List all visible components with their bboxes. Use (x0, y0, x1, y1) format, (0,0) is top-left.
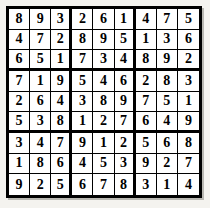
cell-r2c4: 8 (72, 30, 93, 51)
cell-r8c1: 1 (9, 154, 30, 175)
cell-r1c3: 3 (51, 9, 72, 30)
cell-r7c9: 8 (178, 133, 199, 154)
cell-r2c3: 2 (51, 30, 72, 51)
sudoku-board: 8932614754728951366517348927195462832643… (6, 6, 202, 198)
cell-r5c4: 3 (72, 92, 93, 113)
cell-r2c2: 7 (30, 30, 51, 51)
cell-r2c9: 6 (178, 30, 199, 51)
cell-r5c7: 7 (136, 92, 157, 113)
cell-r8c4: 4 (72, 154, 93, 175)
cell-r1c7: 4 (136, 9, 157, 30)
cell-r4c4: 5 (72, 71, 93, 92)
cell-r2c1: 4 (9, 30, 30, 51)
cell-r5c5: 8 (93, 92, 114, 113)
cell-r8c2: 8 (30, 154, 51, 175)
cell-r6c5: 2 (93, 112, 114, 133)
cell-r2c8: 3 (157, 30, 178, 51)
cell-r2c6: 5 (115, 30, 136, 51)
cell-r8c6: 3 (115, 154, 136, 175)
cell-r5c6: 9 (115, 92, 136, 113)
cell-r4c3: 9 (51, 71, 72, 92)
cell-r5c1: 2 (9, 92, 30, 113)
cell-r2c7: 1 (136, 30, 157, 51)
cell-r9c1: 9 (9, 174, 30, 195)
cell-r9c7: 3 (136, 174, 157, 195)
cell-r4c2: 1 (30, 71, 51, 92)
cell-r8c3: 6 (51, 154, 72, 175)
cell-r4c7: 2 (136, 71, 157, 92)
cell-r2c5: 9 (93, 30, 114, 51)
cell-r7c7: 5 (136, 133, 157, 154)
cell-r6c8: 4 (157, 112, 178, 133)
cell-r1c9: 5 (178, 9, 199, 30)
cell-r3c3: 1 (51, 50, 72, 71)
cell-r6c1: 5 (9, 112, 30, 133)
cell-r1c4: 2 (72, 9, 93, 30)
cell-r6c4: 1 (72, 112, 93, 133)
cell-r5c9: 1 (178, 92, 199, 113)
cell-r6c9: 9 (178, 112, 199, 133)
cell-r1c1: 8 (9, 9, 30, 30)
cell-r9c9: 4 (178, 174, 199, 195)
cell-r8c5: 5 (93, 154, 114, 175)
cell-r7c1: 3 (9, 133, 30, 154)
cell-r1c2: 9 (30, 9, 51, 30)
cell-r3c1: 6 (9, 50, 30, 71)
cell-r4c5: 4 (93, 71, 114, 92)
cell-r9c5: 7 (93, 174, 114, 195)
cell-r3c2: 5 (30, 50, 51, 71)
cell-r7c3: 7 (51, 133, 72, 154)
cell-r1c6: 1 (115, 9, 136, 30)
cell-r8c9: 7 (178, 154, 199, 175)
cell-r6c3: 8 (51, 112, 72, 133)
cell-r9c6: 8 (115, 174, 136, 195)
cell-r3c6: 4 (115, 50, 136, 71)
cell-r4c6: 6 (115, 71, 136, 92)
cell-r5c3: 4 (51, 92, 72, 113)
cell-r4c9: 3 (178, 71, 199, 92)
cell-r5c2: 6 (30, 92, 51, 113)
cell-r9c3: 5 (51, 174, 72, 195)
cell-r9c2: 2 (30, 174, 51, 195)
cell-r9c4: 6 (72, 174, 93, 195)
cell-r4c1: 7 (9, 71, 30, 92)
cell-r7c6: 2 (115, 133, 136, 154)
cell-r7c5: 1 (93, 133, 114, 154)
cell-r4c8: 8 (157, 71, 178, 92)
cell-r1c5: 6 (93, 9, 114, 30)
cell-r1c8: 7 (157, 9, 178, 30)
cell-r3c4: 7 (72, 50, 93, 71)
cell-r8c8: 2 (157, 154, 178, 175)
cell-r3c8: 9 (157, 50, 178, 71)
cell-r9c8: 1 (157, 174, 178, 195)
cell-r3c7: 8 (136, 50, 157, 71)
cell-r7c2: 4 (30, 133, 51, 154)
cell-r7c4: 9 (72, 133, 93, 154)
cell-r5c8: 5 (157, 92, 178, 113)
cell-r3c5: 3 (93, 50, 114, 71)
cell-r8c7: 9 (136, 154, 157, 175)
cell-r6c2: 3 (30, 112, 51, 133)
cell-r7c8: 6 (157, 133, 178, 154)
cell-r6c6: 7 (115, 112, 136, 133)
cell-r3c9: 2 (178, 50, 199, 71)
cell-r6c7: 6 (136, 112, 157, 133)
